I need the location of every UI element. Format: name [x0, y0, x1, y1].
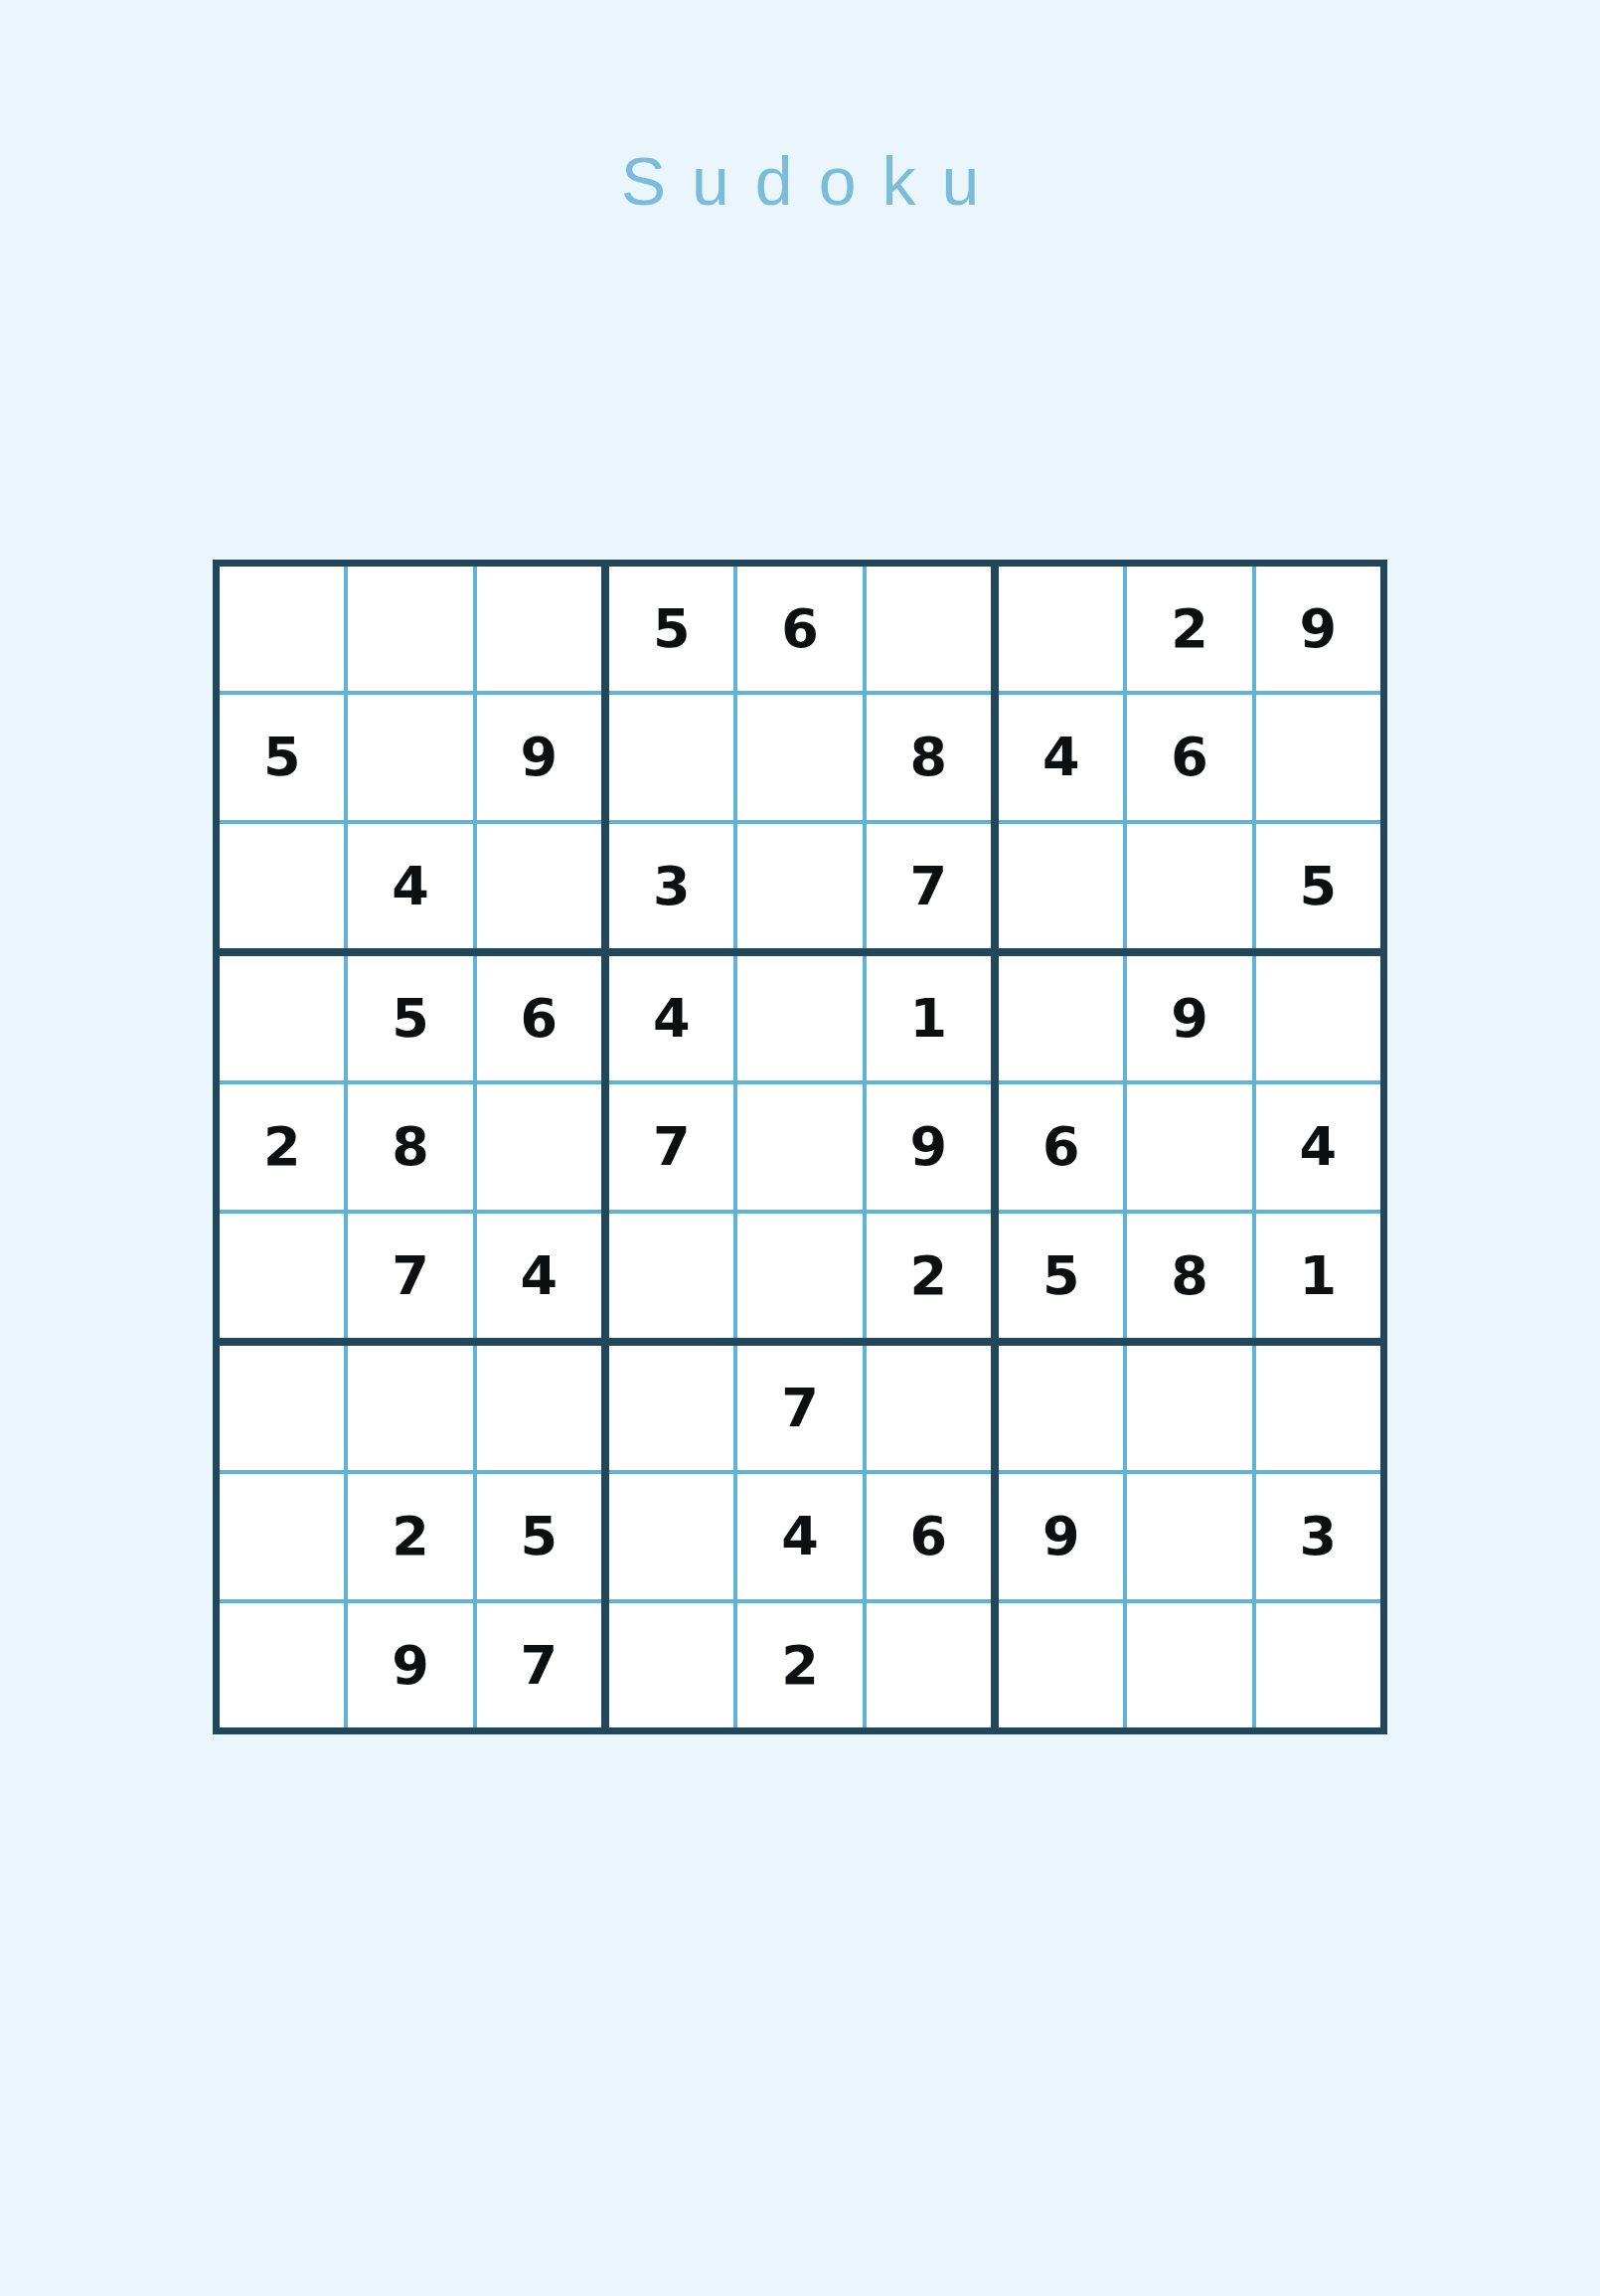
- block-4: 562874: [220, 956, 601, 1338]
- block-3: 29465: [999, 567, 1380, 948]
- cell-r1c2[interactable]: [348, 567, 472, 691]
- cell-r3c1[interactable]: [220, 824, 344, 948]
- cell-r4c5[interactable]: [737, 956, 862, 1080]
- cell-r1c7[interactable]: [999, 567, 1123, 691]
- cell-r6c8[interactable]: 8: [1127, 1214, 1251, 1338]
- cell-r4c3[interactable]: 6: [477, 956, 601, 1080]
- cell-r4c9[interactable]: [1256, 956, 1380, 1080]
- cell-r9c7[interactable]: [999, 1603, 1123, 1727]
- cell-r8c2[interactable]: 2: [348, 1474, 472, 1598]
- cell-r1c5[interactable]: 6: [737, 567, 862, 691]
- cell-r8c4[interactable]: [609, 1474, 733, 1598]
- cell-r2c2[interactable]: [348, 695, 472, 819]
- cell-r5c5[interactable]: [737, 1084, 862, 1209]
- cell-r1c4[interactable]: 5: [609, 567, 733, 691]
- cell-r7c4[interactable]: [609, 1346, 733, 1470]
- cell-r9c1[interactable]: [220, 1603, 344, 1727]
- cell-r9c2[interactable]: 9: [348, 1603, 472, 1727]
- cell-r1c1[interactable]: [220, 567, 344, 691]
- cell-r8c5[interactable]: 4: [737, 1474, 862, 1598]
- cell-r7c7[interactable]: [999, 1346, 1123, 1470]
- cell-r6c1[interactable]: [220, 1214, 344, 1338]
- cell-r3c2[interactable]: 4: [348, 824, 472, 948]
- cell-r4c1[interactable]: [220, 956, 344, 1080]
- cell-r3c4[interactable]: 3: [609, 824, 733, 948]
- cell-r8c1[interactable]: [220, 1474, 344, 1598]
- cell-r2c5[interactable]: [737, 695, 862, 819]
- cell-r1c9[interactable]: 9: [1256, 567, 1380, 691]
- cell-r5c4[interactable]: 7: [609, 1084, 733, 1209]
- cell-r7c6[interactable]: [867, 1346, 991, 1470]
- cell-r9c8[interactable]: [1127, 1603, 1251, 1727]
- cell-r5c7[interactable]: 6: [999, 1084, 1123, 1209]
- cell-r5c8[interactable]: [1127, 1084, 1251, 1209]
- cell-r3c7[interactable]: [999, 824, 1123, 948]
- cell-r3c5[interactable]: [737, 824, 862, 948]
- block-9: 93: [999, 1346, 1380, 1727]
- block-7: 2597: [220, 1346, 601, 1727]
- cell-r2c4[interactable]: [609, 695, 733, 819]
- cell-r8c7[interactable]: 9: [999, 1474, 1123, 1598]
- cell-r5c2[interactable]: 8: [348, 1084, 472, 1209]
- block-6: 964581: [999, 956, 1380, 1338]
- cell-r4c2[interactable]: 5: [348, 956, 472, 1080]
- block-8: 7462: [609, 1346, 991, 1727]
- cell-r9c5[interactable]: 2: [737, 1603, 862, 1727]
- cell-r2c9[interactable]: [1256, 695, 1380, 819]
- cell-r3c3[interactable]: [477, 824, 601, 948]
- cell-r4c7[interactable]: [999, 956, 1123, 1080]
- cell-r5c9[interactable]: 4: [1256, 1084, 1380, 1209]
- cell-r9c3[interactable]: 7: [477, 1603, 601, 1727]
- cell-r6c4[interactable]: [609, 1214, 733, 1338]
- cell-r1c8[interactable]: 2: [1127, 567, 1251, 691]
- cell-r7c5[interactable]: 7: [737, 1346, 862, 1470]
- cell-r6c2[interactable]: 7: [348, 1214, 472, 1338]
- block-5: 41792: [609, 956, 991, 1338]
- cell-r8c6[interactable]: 6: [867, 1474, 991, 1598]
- cell-r3c9[interactable]: 5: [1256, 824, 1380, 948]
- cell-r7c3[interactable]: [477, 1346, 601, 1470]
- cell-r5c6[interactable]: 9: [867, 1084, 991, 1209]
- block-2: 56837: [609, 567, 991, 948]
- cell-r9c4[interactable]: [609, 1603, 733, 1727]
- cell-r4c6[interactable]: 1: [867, 956, 991, 1080]
- cell-r6c9[interactable]: 1: [1256, 1214, 1380, 1338]
- cell-r7c2[interactable]: [348, 1346, 472, 1470]
- cell-r8c9[interactable]: 3: [1256, 1474, 1380, 1598]
- cell-r4c4[interactable]: 4: [609, 956, 733, 1080]
- cell-r1c3[interactable]: [477, 567, 601, 691]
- cell-r8c8[interactable]: [1127, 1474, 1251, 1598]
- sudoku-board: 5945683729465562874417929645812597746293: [213, 560, 1387, 1734]
- cell-r3c6[interactable]: 7: [867, 824, 991, 948]
- cell-r6c6[interactable]: 2: [867, 1214, 991, 1338]
- cell-r5c3[interactable]: [477, 1084, 601, 1209]
- cell-r1c6[interactable]: [867, 567, 991, 691]
- cell-r4c8[interactable]: 9: [1127, 956, 1251, 1080]
- cell-r3c8[interactable]: [1127, 824, 1251, 948]
- cell-r2c7[interactable]: 4: [999, 695, 1123, 819]
- cell-r9c9[interactable]: [1256, 1603, 1380, 1727]
- cell-r2c3[interactable]: 9: [477, 695, 601, 819]
- cell-r6c7[interactable]: 5: [999, 1214, 1123, 1338]
- cell-r2c8[interactable]: 6: [1127, 695, 1251, 819]
- block-1: 594: [220, 567, 601, 948]
- cell-r2c1[interactable]: 5: [220, 695, 344, 819]
- cell-r7c1[interactable]: [220, 1346, 344, 1470]
- cell-r2c6[interactable]: 8: [867, 695, 991, 819]
- page-title: Sudoku: [0, 147, 1600, 215]
- cell-r8c3[interactable]: 5: [477, 1474, 601, 1598]
- cell-r7c8[interactable]: [1127, 1346, 1251, 1470]
- cell-r5c1[interactable]: 2: [220, 1084, 344, 1209]
- cell-r6c3[interactable]: 4: [477, 1214, 601, 1338]
- cell-r7c9[interactable]: [1256, 1346, 1380, 1470]
- cell-r6c5[interactable]: [737, 1214, 862, 1338]
- cell-r9c6[interactable]: [867, 1603, 991, 1727]
